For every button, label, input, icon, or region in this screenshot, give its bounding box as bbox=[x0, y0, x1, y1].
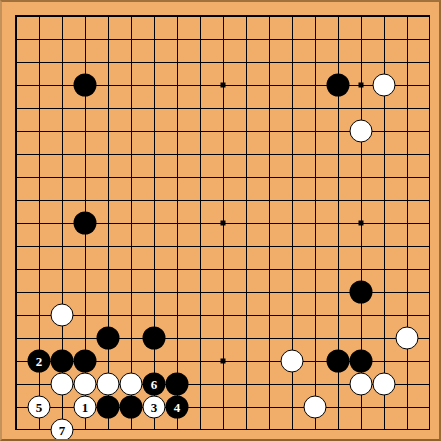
star-point bbox=[221, 359, 226, 364]
white-stone: 5 bbox=[28, 396, 51, 419]
white-stone bbox=[120, 373, 143, 396]
black-stone bbox=[97, 396, 120, 419]
white-stone: 7 bbox=[51, 419, 74, 441]
black-stone: 6 bbox=[143, 373, 166, 396]
black-stone bbox=[166, 373, 189, 396]
white-stone bbox=[281, 350, 304, 373]
black-stone bbox=[120, 396, 143, 419]
star-point bbox=[221, 83, 226, 88]
white-stone bbox=[373, 74, 396, 97]
white-stone bbox=[51, 373, 74, 396]
white-stone bbox=[396, 327, 419, 350]
white-stone bbox=[97, 373, 120, 396]
go-board: 2651347 bbox=[0, 0, 441, 441]
star-point bbox=[221, 221, 226, 226]
white-stone bbox=[350, 373, 373, 396]
star-point bbox=[359, 221, 364, 226]
move-number-label: 1 bbox=[82, 401, 89, 414]
black-stone: 2 bbox=[28, 350, 51, 373]
white-stone bbox=[350, 120, 373, 143]
black-stone: 4 bbox=[166, 396, 189, 419]
white-stone: 3 bbox=[143, 396, 166, 419]
white-stone bbox=[74, 373, 97, 396]
black-stone bbox=[350, 281, 373, 304]
move-number-label: 3 bbox=[151, 401, 158, 414]
black-stone bbox=[51, 350, 74, 373]
move-number-label: 7 bbox=[59, 424, 66, 437]
white-stone: 1 bbox=[74, 396, 97, 419]
black-stone bbox=[327, 350, 350, 373]
white-stone bbox=[51, 304, 74, 327]
move-number-label: 6 bbox=[151, 378, 158, 391]
move-number-label: 4 bbox=[174, 401, 181, 414]
star-point bbox=[359, 83, 364, 88]
black-stone bbox=[143, 327, 166, 350]
white-stone bbox=[373, 373, 396, 396]
black-stone bbox=[350, 350, 373, 373]
black-stone bbox=[74, 212, 97, 235]
black-stone bbox=[74, 74, 97, 97]
black-stone bbox=[74, 350, 97, 373]
move-number-label: 2 bbox=[36, 355, 43, 368]
black-stone bbox=[327, 74, 350, 97]
black-stone bbox=[97, 327, 120, 350]
move-number-label: 5 bbox=[36, 401, 43, 414]
white-stone bbox=[304, 396, 327, 419]
